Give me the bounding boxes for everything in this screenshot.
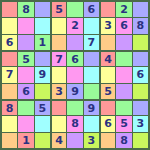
cell-r2c4[interactable] [51,18,66,33]
cell-r7c8[interactable] [116,100,131,115]
cell-r7c2[interactable] [18,100,33,115]
cell-r7c6[interactable]: 9 [84,100,99,115]
cell-r3c3[interactable]: 1 [35,35,50,50]
cell-r3c2[interactable] [18,35,33,50]
cell-r1c8[interactable]: 2 [116,2,131,17]
cell-r4c6[interactable] [84,51,99,66]
cell-r9c8[interactable]: 8 [116,133,131,148]
cell-r5c3[interactable]: 9 [35,67,50,82]
cell-r5c2[interactable] [18,67,33,82]
cell-r9c1[interactable] [2,133,17,148]
cell-r6c3[interactable] [35,84,50,99]
cell-r9c2[interactable]: 1 [18,133,33,148]
cell-r2c8[interactable]: 6 [116,18,131,33]
cell-r6c7[interactable]: 5 [100,84,115,99]
cell-r2c6[interactable] [84,18,99,33]
cell-r8c8[interactable]: 5 [116,116,131,131]
cell-r8c7[interactable]: 6 [100,116,115,131]
cell-r1c6[interactable]: 6 [84,2,99,17]
cell-r1c4[interactable]: 5 [51,2,66,17]
cell-r4c4[interactable]: 7 [51,51,66,66]
cell-r8c2[interactable] [18,116,33,131]
cell-r2c7[interactable]: 3 [100,18,115,33]
cell-r3c1[interactable]: 6 [2,35,17,50]
cell-r7c5[interactable] [67,100,82,115]
cell-r3c7[interactable] [100,35,115,50]
cell-r2c2[interactable] [18,18,33,33]
cell-r4c7[interactable]: 4 [100,51,115,66]
cell-r5c8[interactable] [116,67,131,82]
cell-r1c3[interactable] [35,2,50,17]
cell-r7c1[interactable]: 8 [2,100,17,115]
cell-r1c2[interactable]: 8 [18,2,33,17]
cell-r6c8[interactable] [116,84,131,99]
cell-r6c2[interactable]: 6 [18,84,33,99]
cell-r9c9[interactable] [133,133,148,148]
cell-r8c9[interactable]: 3 [133,116,148,131]
cell-r5c6[interactable] [84,67,99,82]
cell-r4c1[interactable] [2,51,17,66]
cell-r6c6[interactable] [84,84,99,99]
cell-r5c9[interactable]: 6 [133,67,148,82]
cell-r5c1[interactable]: 7 [2,67,17,82]
cell-r9c7[interactable] [100,133,115,148]
cell-r1c1[interactable] [2,2,17,17]
cell-r7c9[interactable] [133,100,148,115]
cell-r1c5[interactable] [67,2,82,17]
cell-r1c7[interactable] [100,2,115,17]
cell-r2c3[interactable] [35,18,50,33]
cell-r9c3[interactable] [35,133,50,148]
cell-r6c4[interactable]: 3 [51,84,66,99]
cell-r7c7[interactable] [100,100,115,115]
cell-r8c5[interactable]: 8 [67,116,82,131]
cell-r4c3[interactable] [35,51,50,66]
cell-r8c6[interactable] [84,116,99,131]
cell-r4c2[interactable]: 5 [18,51,33,66]
cell-r1c9[interactable] [133,2,148,17]
cell-r3c8[interactable] [116,35,131,50]
cell-r8c1[interactable] [2,116,17,131]
cell-r9c4[interactable]: 4 [51,133,66,148]
cell-r2c5[interactable]: 2 [67,18,82,33]
cell-r2c1[interactable] [2,18,17,33]
cell-r6c5[interactable]: 9 [67,84,82,99]
cell-r3c5[interactable] [67,35,82,50]
cell-r4c8[interactable] [116,51,131,66]
cell-r3c9[interactable] [133,35,148,50]
cell-r2c9[interactable]: 8 [133,18,148,33]
cell-r8c3[interactable] [35,116,50,131]
cell-r5c4[interactable] [51,67,66,82]
cell-r5c5[interactable] [67,67,82,82]
cell-r6c9[interactable] [133,84,148,99]
cell-r7c4[interactable] [51,100,66,115]
cell-r6c1[interactable] [2,84,17,99]
cell-r4c9[interactable] [133,51,148,66]
cell-r9c6[interactable]: 3 [84,133,99,148]
sudoku-board: 856223686175764796639585986531438 [0,0,150,150]
cell-r7c3[interactable]: 5 [35,100,50,115]
cell-r3c4[interactable] [51,35,66,50]
cell-r3c6[interactable]: 7 [84,35,99,50]
cell-r9c5[interactable] [67,133,82,148]
cell-r4c5[interactable]: 6 [67,51,82,66]
cell-r8c4[interactable] [51,116,66,131]
cell-r5c7[interactable] [100,67,115,82]
